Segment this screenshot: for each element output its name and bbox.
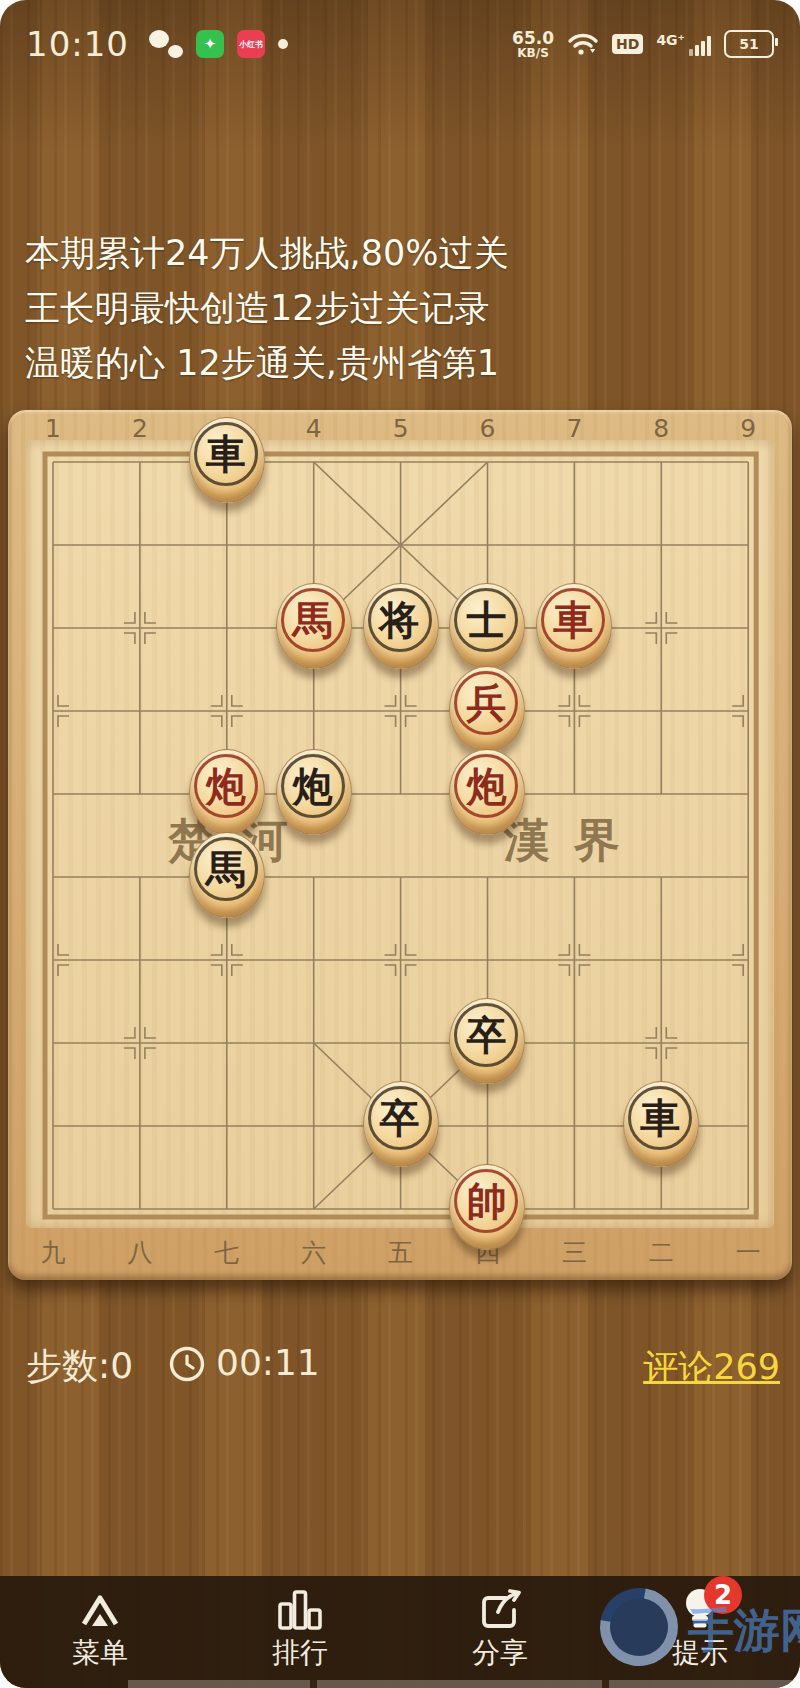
xiangqi-piece-black-馬[interactable]: 馬	[189, 832, 265, 918]
announcement-line: 王长明最快创造12步过关记录	[25, 281, 508, 336]
piece-glyph: 炮	[194, 754, 258, 818]
clock-time: 10:10	[26, 24, 129, 64]
xiangqi-piece-black-士[interactable]: 士	[449, 583, 525, 669]
piece-glyph: 車	[194, 422, 258, 486]
bottom-nav-bar: 菜单 排行 分享 提示 2	[0, 1576, 800, 1688]
comments-link[interactable]: 评论269	[643, 1344, 780, 1391]
xiangqi-piece-black-車[interactable]: 車	[189, 417, 265, 503]
nav-menu-button[interactable]: 菜单	[0, 1576, 200, 1688]
xiangqi-piece-black-炮[interactable]: 炮	[276, 749, 352, 835]
share-icon	[476, 1586, 524, 1632]
pieces-layer: 車馬将士車兵炮炮炮馬卒卒車帥	[10, 421, 792, 1251]
network-speed: 65.0 KB/S	[512, 30, 554, 59]
green-app-icon: ✦	[196, 30, 224, 58]
announcement-line: 温暖的心 12步通关,贵州省第1	[25, 336, 508, 391]
wifi-icon	[567, 31, 599, 57]
announcement: 本期累计24万人挑战,80%过关 王长明最快创造12步过关记录 温暖的心 12步…	[25, 226, 508, 391]
piece-glyph: 卒	[368, 1086, 432, 1150]
xiangqi-piece-red-炮[interactable]: 炮	[449, 749, 525, 835]
signal-4g-icon: 4G⁺	[656, 32, 711, 56]
status-bar: 10:10 ✦ 小红书 65.0 KB/S HD 4G⁺ 51	[0, 18, 800, 70]
step-counter: 步数:0	[26, 1342, 133, 1391]
piece-glyph: 車	[541, 588, 605, 652]
xiangqi-board[interactable]: 楚河 漢界 123456789 九八七六五四三二一 車馬将士車兵炮炮炮馬卒卒車帥	[8, 410, 792, 1280]
nav-share-button[interactable]: 分享	[400, 1576, 600, 1688]
ranking-icon	[276, 1586, 324, 1632]
notification-icons: ✦ 小红书	[149, 30, 288, 58]
xiangqi-piece-red-車[interactable]: 車	[536, 583, 612, 669]
hint-badge: 2	[704, 1576, 742, 1614]
announcement-line: 本期累计24万人挑战,80%过关	[25, 226, 508, 281]
nav-ranking-button[interactable]: 排行	[200, 1576, 400, 1688]
elapsed-time: 00:11	[216, 1342, 320, 1383]
xiangqi-piece-black-車[interactable]: 車	[623, 1081, 699, 1167]
wechat-icon	[149, 30, 183, 58]
piece-glyph: 炮	[281, 754, 345, 818]
piece-glyph: 馬	[281, 588, 345, 652]
piece-glyph: 車	[628, 1086, 692, 1150]
piece-glyph: 兵	[454, 671, 518, 735]
menu-icon	[76, 1586, 124, 1632]
xiangqi-piece-red-兵[interactable]: 兵	[449, 666, 525, 752]
piece-glyph: 卒	[454, 1003, 518, 1067]
xiangqi-piece-red-帥[interactable]: 帥	[449, 1164, 525, 1250]
piece-glyph: 将	[368, 588, 432, 652]
xiangqi-piece-red-炮[interactable]: 炮	[189, 749, 265, 835]
notification-dot-icon	[278, 39, 288, 49]
nav-hint-button[interactable]: 提示 2	[600, 1576, 800, 1688]
xiangqi-piece-red-馬[interactable]: 馬	[276, 583, 352, 669]
app-screen: 10:10 ✦ 小红书 65.0 KB/S HD 4G⁺ 51	[0, 0, 800, 1688]
piece-glyph: 士	[454, 588, 518, 652]
xiangqi-piece-black-卒[interactable]: 卒	[363, 1081, 439, 1167]
piece-glyph: 馬	[194, 837, 258, 901]
xiangqi-piece-black-卒[interactable]: 卒	[449, 998, 525, 1084]
game-info-bar: 步数:0 00:11 评论269	[0, 1336, 800, 1392]
timer-clock-icon	[168, 1345, 206, 1383]
piece-glyph: 帥	[454, 1169, 518, 1233]
xiaohongshu-icon: 小红书	[237, 30, 265, 58]
battery-icon: 51	[724, 30, 774, 58]
piece-glyph: 炮	[454, 754, 518, 818]
xiangqi-piece-black-将[interactable]: 将	[363, 583, 439, 669]
hd-icon: HD	[612, 34, 643, 54]
system-status-icons: 65.0 KB/S HD 4G⁺ 51	[512, 30, 774, 59]
bottom-strip	[128, 1680, 800, 1688]
